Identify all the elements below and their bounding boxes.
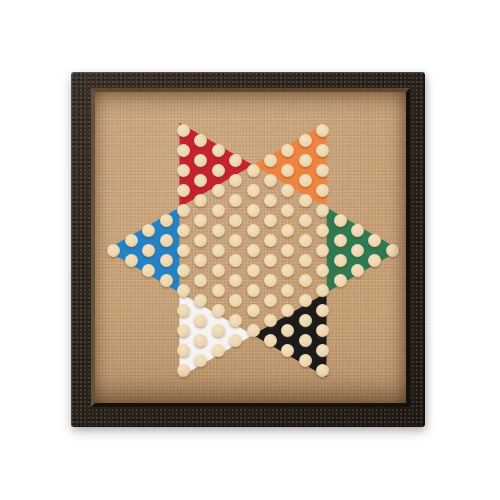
peg-hole[interactable] bbox=[194, 274, 207, 287]
peg-hole[interactable] bbox=[229, 194, 242, 207]
peg-hole[interactable] bbox=[247, 304, 260, 317]
peg-hole[interactable] bbox=[247, 224, 260, 237]
peg-hole[interactable] bbox=[160, 234, 173, 247]
peg-hole[interactable] bbox=[160, 214, 173, 227]
peg-hole[interactable] bbox=[177, 124, 190, 137]
peg-hole[interactable] bbox=[351, 244, 364, 257]
peg-hole[interactable] bbox=[229, 314, 242, 327]
peg-holes bbox=[95, 92, 406, 403]
peg-hole[interactable] bbox=[212, 164, 225, 177]
peg-hole[interactable] bbox=[316, 164, 329, 177]
peg-hole[interactable] bbox=[177, 304, 190, 317]
peg-hole[interactable] bbox=[177, 344, 190, 357]
peg-hole[interactable] bbox=[281, 264, 294, 277]
peg-hole[interactable] bbox=[160, 274, 173, 287]
peg-hole[interactable] bbox=[264, 254, 277, 267]
peg-hole[interactable] bbox=[316, 304, 329, 317]
peg-hole[interactable] bbox=[264, 154, 277, 167]
peg-hole[interactable] bbox=[316, 344, 329, 357]
peg-hole[interactable] bbox=[247, 184, 260, 197]
peg-hole[interactable] bbox=[212, 244, 225, 257]
peg-hole[interactable] bbox=[177, 264, 190, 277]
peg-hole[interactable] bbox=[194, 154, 207, 167]
peg-hole[interactable] bbox=[142, 244, 155, 257]
peg-hole[interactable] bbox=[160, 254, 173, 267]
peg-hole[interactable] bbox=[194, 134, 207, 147]
peg-hole[interactable] bbox=[177, 204, 190, 217]
peg-hole[interactable] bbox=[125, 234, 138, 247]
peg-hole[interactable] bbox=[229, 154, 242, 167]
board-frame bbox=[71, 72, 425, 427]
peg-hole[interactable] bbox=[142, 224, 155, 237]
peg-hole[interactable] bbox=[177, 164, 190, 177]
peg-hole[interactable] bbox=[212, 344, 225, 357]
peg-hole[interactable] bbox=[334, 274, 347, 287]
peg-hole[interactable] bbox=[264, 174, 277, 187]
peg-hole[interactable] bbox=[299, 214, 312, 227]
peg-hole[interactable] bbox=[316, 224, 329, 237]
peg-hole[interactable] bbox=[247, 164, 260, 177]
peg-hole[interactable] bbox=[316, 144, 329, 157]
peg-hole[interactable] bbox=[281, 304, 294, 317]
peg-hole[interactable] bbox=[281, 144, 294, 157]
peg-hole[interactable] bbox=[299, 314, 312, 327]
peg-hole[interactable] bbox=[351, 224, 364, 237]
peg-hole[interactable] bbox=[281, 184, 294, 197]
peg-hole[interactable] bbox=[264, 314, 277, 327]
peg-hole[interactable] bbox=[247, 244, 260, 257]
peg-hole[interactable] bbox=[281, 244, 294, 257]
peg-hole[interactable] bbox=[247, 204, 260, 217]
peg-hole[interactable] bbox=[351, 264, 364, 277]
peg-hole[interactable] bbox=[212, 304, 225, 317]
peg-hole[interactable] bbox=[212, 144, 225, 157]
peg-hole[interactable] bbox=[316, 184, 329, 197]
peg-hole[interactable] bbox=[299, 174, 312, 187]
peg-hole[interactable] bbox=[316, 284, 329, 297]
peg-hole[interactable] bbox=[212, 324, 225, 337]
peg-hole[interactable] bbox=[334, 234, 347, 247]
peg-hole[interactable] bbox=[299, 354, 312, 367]
peg-hole[interactable] bbox=[316, 324, 329, 337]
peg-hole[interactable] bbox=[212, 264, 225, 277]
peg-hole[interactable] bbox=[299, 134, 312, 147]
peg-hole[interactable] bbox=[194, 174, 207, 187]
peg-hole[interactable] bbox=[177, 144, 190, 157]
peg-hole[interactable] bbox=[212, 204, 225, 217]
peg-hole[interactable] bbox=[125, 254, 138, 267]
peg-hole[interactable] bbox=[142, 264, 155, 277]
peg-hole[interactable] bbox=[264, 214, 277, 227]
peg-hole[interactable] bbox=[368, 234, 381, 247]
peg-hole[interactable] bbox=[264, 194, 277, 207]
peg-hole[interactable] bbox=[281, 324, 294, 337]
peg-hole[interactable] bbox=[212, 284, 225, 297]
peg-hole[interactable] bbox=[229, 234, 242, 247]
peg-hole[interactable] bbox=[264, 274, 277, 287]
peg-hole[interactable] bbox=[316, 204, 329, 217]
peg-hole[interactable] bbox=[299, 334, 312, 347]
peg-hole[interactable] bbox=[264, 334, 277, 347]
peg-hole[interactable] bbox=[299, 194, 312, 207]
peg-hole[interactable] bbox=[177, 284, 190, 297]
peg-hole[interactable] bbox=[334, 214, 347, 227]
peg-hole[interactable] bbox=[107, 244, 120, 257]
peg-hole[interactable] bbox=[368, 254, 381, 267]
peg-hole[interactable] bbox=[229, 214, 242, 227]
peg-hole[interactable] bbox=[299, 254, 312, 267]
peg-hole[interactable] bbox=[316, 124, 329, 137]
peg-hole[interactable] bbox=[281, 204, 294, 217]
peg-hole[interactable] bbox=[194, 234, 207, 247]
peg-hole[interactable] bbox=[212, 184, 225, 197]
peg-hole[interactable] bbox=[229, 174, 242, 187]
peg-hole[interactable] bbox=[194, 194, 207, 207]
peg-hole[interactable] bbox=[264, 234, 277, 247]
peg-hole[interactable] bbox=[299, 274, 312, 287]
peg-hole[interactable] bbox=[281, 164, 294, 177]
product-photo bbox=[0, 0, 500, 500]
frame-inner-well bbox=[91, 88, 410, 407]
peg-hole[interactable] bbox=[299, 234, 312, 247]
peg-hole[interactable] bbox=[177, 324, 190, 337]
peg-hole[interactable] bbox=[177, 364, 190, 377]
peg-hole[interactable] bbox=[316, 244, 329, 257]
peg-hole[interactable] bbox=[247, 264, 260, 277]
peg-hole[interactable] bbox=[281, 344, 294, 357]
peg-hole[interactable] bbox=[316, 364, 329, 377]
peg-hole[interactable] bbox=[212, 224, 225, 237]
peg-hole[interactable] bbox=[177, 224, 190, 237]
peg-hole[interactable] bbox=[281, 224, 294, 237]
peg-hole[interactable] bbox=[194, 294, 207, 307]
peg-hole[interactable] bbox=[247, 324, 260, 337]
peg-hole[interactable] bbox=[229, 294, 242, 307]
peg-hole[interactable] bbox=[229, 334, 242, 347]
peg-hole[interactable] bbox=[194, 214, 207, 227]
peg-hole[interactable] bbox=[229, 274, 242, 287]
peg-hole[interactable] bbox=[194, 334, 207, 347]
peg-hole[interactable] bbox=[247, 284, 260, 297]
peg-hole[interactable] bbox=[194, 314, 207, 327]
peg-hole[interactable] bbox=[299, 294, 312, 307]
peg-hole[interactable] bbox=[194, 354, 207, 367]
peg-hole[interactable] bbox=[299, 154, 312, 167]
peg-hole[interactable] bbox=[194, 254, 207, 267]
peg-hole[interactable] bbox=[316, 264, 329, 277]
peg-hole[interactable] bbox=[264, 294, 277, 307]
peg-hole[interactable] bbox=[229, 254, 242, 267]
peg-hole[interactable] bbox=[386, 244, 399, 257]
peg-hole[interactable] bbox=[281, 284, 294, 297]
board-surface bbox=[95, 92, 406, 403]
peg-hole[interactable] bbox=[177, 184, 190, 197]
peg-hole[interactable] bbox=[177, 244, 190, 257]
peg-hole[interactable] bbox=[334, 254, 347, 267]
